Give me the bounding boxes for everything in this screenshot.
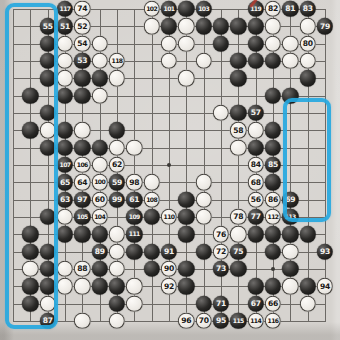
go-stone-move-94: 94 (317, 278, 333, 294)
move-number: 94 (320, 283, 330, 291)
move-number: 95 (216, 317, 226, 325)
move-number: 60 (95, 196, 105, 204)
left-column-highlight (5, 3, 58, 329)
move-number: 77 (251, 213, 261, 221)
move-number: 104 (94, 214, 105, 220)
move-number: 62 (112, 161, 122, 169)
move-number: 71 (216, 300, 226, 308)
move-number: 64 (77, 179, 87, 187)
move-number: 51 (60, 23, 70, 31)
move-number: 92 (164, 283, 174, 291)
move-number: 90 (164, 265, 174, 273)
move-number: 65 (60, 179, 70, 187)
move-number: 110 (164, 214, 175, 220)
go-stone-move-115: 115 (230, 313, 246, 329)
move-number: 89 (95, 248, 105, 256)
move-number: 74 (77, 5, 87, 13)
move-number: 93 (320, 248, 330, 256)
move-number: 70 (199, 317, 209, 325)
move-number: 75 (233, 248, 243, 256)
move-number: 88 (77, 265, 87, 273)
move-number: 115 (233, 318, 244, 324)
move-number: 118 (112, 58, 123, 64)
move-number: 76 (216, 231, 226, 239)
go-stone-move-93: 93 (317, 243, 333, 259)
go-stone-move-95: 95 (213, 313, 229, 329)
move-number: 117 (60, 6, 71, 12)
move-number: 59 (112, 179, 122, 187)
move-number: 100 (94, 179, 105, 185)
move-number: 112 (268, 214, 279, 220)
move-number: 56 (251, 196, 261, 204)
move-number: 114 (250, 318, 261, 324)
right-side-highlight (283, 98, 331, 222)
move-number: 107 (60, 162, 71, 168)
move-number: 67 (251, 300, 261, 308)
go-stone-move-114: 114 (247, 313, 263, 329)
kifu-photo: 1177410210110311982818355515279548053118… (0, 0, 340, 340)
move-number: 79 (320, 23, 330, 31)
move-number: 111 (129, 231, 140, 237)
move-number: 78 (233, 213, 243, 221)
move-number: 52 (77, 23, 87, 31)
go-stone (109, 313, 125, 329)
move-number: 91 (164, 248, 174, 256)
move-number: 68 (251, 179, 261, 187)
move-number: 109 (129, 214, 140, 220)
move-number: 97 (77, 196, 87, 204)
star-point (167, 163, 171, 167)
go-stone-move-79: 79 (317, 18, 333, 34)
move-number: 86 (268, 196, 278, 204)
move-number: 72 (216, 248, 226, 256)
move-number: 108 (146, 197, 157, 203)
move-number: 54 (77, 40, 87, 48)
move-number: 57 (251, 109, 261, 117)
move-number: 99 (112, 196, 122, 204)
star-point (271, 267, 275, 271)
move-number: 53 (77, 57, 87, 65)
go-stone-move-116: 116 (265, 313, 281, 329)
go-stone-move-70: 70 (195, 313, 211, 329)
go-stone (74, 313, 90, 329)
move-number: 82 (268, 5, 278, 13)
move-number: 84 (251, 161, 261, 169)
move-number: 102 (146, 6, 157, 12)
move-number: 105 (77, 214, 88, 220)
move-number: 80 (303, 40, 313, 48)
move-number: 66 (268, 300, 278, 308)
move-number: 98 (129, 179, 139, 187)
go-stone-move-96: 96 (178, 313, 194, 329)
move-number: 103 (198, 6, 209, 12)
move-number: 85 (268, 161, 278, 169)
move-number: 81 (285, 5, 295, 13)
move-number: 63 (60, 196, 70, 204)
move-number: 106 (77, 162, 88, 168)
move-number: 61 (129, 196, 139, 204)
move-number: 58 (233, 127, 243, 135)
move-number: 83 (303, 5, 313, 13)
move-number: 96 (181, 317, 191, 325)
move-number: 116 (268, 318, 279, 324)
move-number: 101 (164, 6, 175, 12)
move-number: 73 (216, 265, 226, 273)
